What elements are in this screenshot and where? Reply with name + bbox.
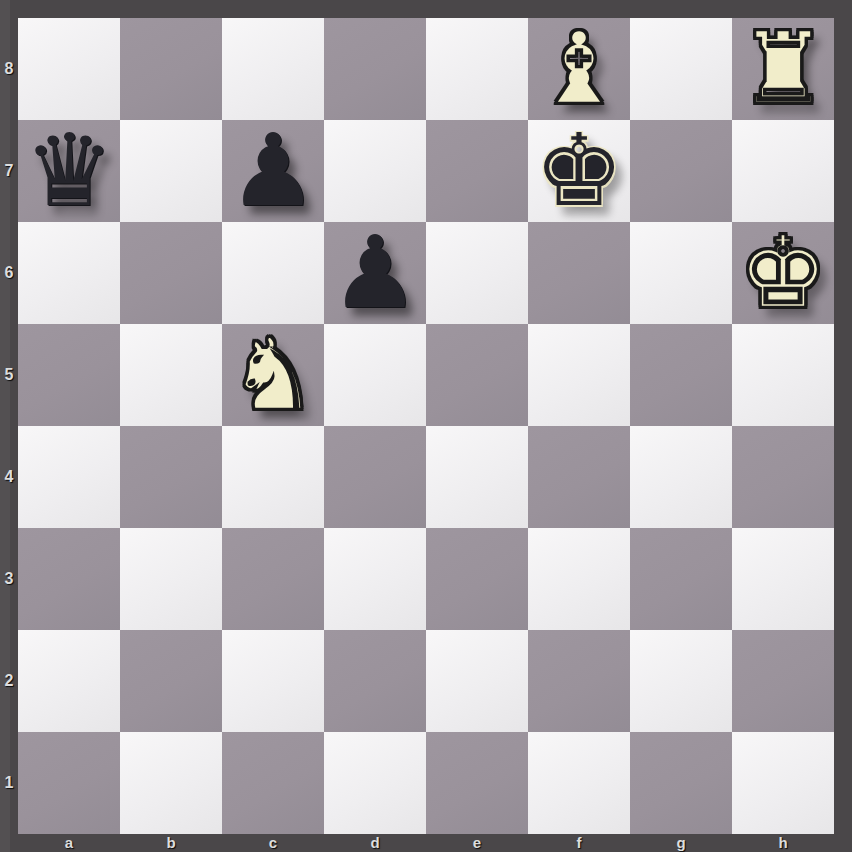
square-h1[interactable] (732, 732, 834, 834)
square-h6[interactable]: ♚ (732, 222, 834, 324)
file-label-c: c (222, 834, 324, 852)
square-e3[interactable] (426, 528, 528, 630)
square-a3[interactable] (18, 528, 120, 630)
square-f3[interactable] (528, 528, 630, 630)
square-f8[interactable]: ♝ (528, 18, 630, 120)
square-h4[interactable] (732, 426, 834, 528)
square-c3[interactable] (222, 528, 324, 630)
square-c6[interactable] (222, 222, 324, 324)
board-frame: ♝♜♛♟♚♟♚♞ 87654321 abcdefgh (0, 0, 852, 852)
file-label-f: f (528, 834, 630, 852)
square-f2[interactable] (528, 630, 630, 732)
square-a1[interactable] (18, 732, 120, 834)
square-g4[interactable] (630, 426, 732, 528)
chess-board: ♝♜♛♟♚♟♚♞ (18, 18, 834, 834)
square-a8[interactable] (18, 18, 120, 120)
square-e1[interactable] (426, 732, 528, 834)
square-a6[interactable] (18, 222, 120, 324)
file-label-h: h (732, 834, 834, 852)
square-g8[interactable] (630, 18, 732, 120)
square-f6[interactable] (528, 222, 630, 324)
square-g7[interactable] (630, 120, 732, 222)
square-e4[interactable] (426, 426, 528, 528)
piece-white-king[interactable]: ♚ (732, 222, 834, 324)
square-e5[interactable] (426, 324, 528, 426)
piece-white-rook[interactable]: ♜ (732, 18, 834, 120)
square-b5[interactable] (120, 324, 222, 426)
square-d6[interactable]: ♟ (324, 222, 426, 324)
square-b4[interactable] (120, 426, 222, 528)
file-labels: abcdefgh (18, 834, 834, 852)
square-g3[interactable] (630, 528, 732, 630)
rank-label-2: 2 (0, 630, 18, 732)
square-e2[interactable] (426, 630, 528, 732)
rank-label-4: 4 (0, 426, 18, 528)
square-g6[interactable] (630, 222, 732, 324)
piece-white-bishop[interactable]: ♝ (528, 18, 630, 120)
square-b2[interactable] (120, 630, 222, 732)
square-d3[interactable] (324, 528, 426, 630)
square-h7[interactable] (732, 120, 834, 222)
file-label-d: d (324, 834, 426, 852)
square-c8[interactable] (222, 18, 324, 120)
square-d7[interactable] (324, 120, 426, 222)
square-c1[interactable] (222, 732, 324, 834)
square-c4[interactable] (222, 426, 324, 528)
file-label-e: e (426, 834, 528, 852)
file-label-a: a (18, 834, 120, 852)
piece-black-pawn[interactable]: ♟ (222, 120, 324, 222)
piece-white-knight[interactable]: ♞ (222, 324, 324, 426)
square-d5[interactable] (324, 324, 426, 426)
piece-black-pawn[interactable]: ♟ (324, 222, 426, 324)
rank-label-7: 7 (0, 120, 18, 222)
square-g5[interactable] (630, 324, 732, 426)
square-c7[interactable]: ♟ (222, 120, 324, 222)
rank-label-1: 1 (0, 732, 18, 834)
square-c5[interactable]: ♞ (222, 324, 324, 426)
square-f1[interactable] (528, 732, 630, 834)
square-f4[interactable] (528, 426, 630, 528)
square-a4[interactable] (18, 426, 120, 528)
square-d2[interactable] (324, 630, 426, 732)
square-h2[interactable] (732, 630, 834, 732)
rank-label-3: 3 (0, 528, 18, 630)
piece-black-king[interactable]: ♚ (528, 120, 630, 222)
square-e7[interactable] (426, 120, 528, 222)
square-d8[interactable] (324, 18, 426, 120)
rank-labels: 87654321 (0, 18, 18, 834)
square-b1[interactable] (120, 732, 222, 834)
square-h5[interactable] (732, 324, 834, 426)
square-f5[interactable] (528, 324, 630, 426)
square-c2[interactable] (222, 630, 324, 732)
square-e6[interactable] (426, 222, 528, 324)
square-f7[interactable]: ♚ (528, 120, 630, 222)
square-e8[interactable] (426, 18, 528, 120)
rank-label-5: 5 (0, 324, 18, 426)
piece-black-queen[interactable]: ♛ (18, 120, 120, 222)
square-b8[interactable] (120, 18, 222, 120)
square-a2[interactable] (18, 630, 120, 732)
square-a7[interactable]: ♛ (18, 120, 120, 222)
square-d4[interactable] (324, 426, 426, 528)
file-label-g: g (630, 834, 732, 852)
rank-label-6: 6 (0, 222, 18, 324)
square-a5[interactable] (18, 324, 120, 426)
square-b3[interactable] (120, 528, 222, 630)
rank-label-8: 8 (0, 18, 18, 120)
square-h8[interactable]: ♜ (732, 18, 834, 120)
square-h3[interactable] (732, 528, 834, 630)
square-b7[interactable] (120, 120, 222, 222)
square-g1[interactable] (630, 732, 732, 834)
file-label-b: b (120, 834, 222, 852)
square-b6[interactable] (120, 222, 222, 324)
square-d1[interactable] (324, 732, 426, 834)
square-g2[interactable] (630, 630, 732, 732)
